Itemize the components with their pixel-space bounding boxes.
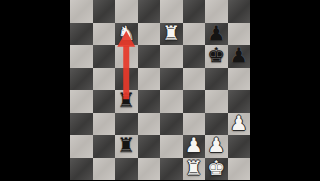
square-g5[interactable] — [205, 68, 228, 91]
square-f1[interactable]: ♜ — [183, 158, 206, 181]
piece-white-pawn-g2[interactable]: ♟ — [207, 135, 225, 155]
square-b8[interactable] — [93, 0, 116, 23]
square-b4[interactable] — [93, 90, 116, 113]
square-b3[interactable] — [93, 113, 116, 136]
square-e6[interactable] — [160, 45, 183, 68]
square-f5[interactable] — [183, 68, 206, 91]
square-b5[interactable] — [93, 68, 116, 91]
square-e3[interactable] — [160, 113, 183, 136]
square-g8[interactable] — [205, 0, 228, 23]
square-b1[interactable] — [93, 158, 116, 181]
square-h6[interactable]: ♟ — [228, 45, 251, 68]
square-b6[interactable] — [93, 45, 116, 68]
square-h4[interactable] — [228, 90, 251, 113]
square-h5[interactable] — [228, 68, 251, 91]
square-g6[interactable]: ♚ — [205, 45, 228, 68]
square-a4[interactable] — [70, 90, 93, 113]
square-c2[interactable]: ♜ — [115, 135, 138, 158]
square-d6[interactable] — [138, 45, 161, 68]
square-e7[interactable]: ♜ — [160, 23, 183, 46]
square-f6[interactable] — [183, 45, 206, 68]
square-f8[interactable] — [183, 0, 206, 23]
square-e4[interactable] — [160, 90, 183, 113]
square-g3[interactable] — [205, 113, 228, 136]
piece-white-king-g1[interactable]: ♚ — [207, 158, 225, 178]
square-d2[interactable] — [138, 135, 161, 158]
piece-black-king-g6[interactable]: ♚ — [207, 45, 225, 65]
square-h2[interactable] — [228, 135, 251, 158]
piece-black-rook-c2[interactable]: ♜ — [117, 135, 135, 155]
square-f4[interactable] — [183, 90, 206, 113]
square-c6[interactable] — [115, 45, 138, 68]
square-a3[interactable] — [70, 113, 93, 136]
square-d8[interactable] — [138, 0, 161, 23]
piece-black-rook-c4[interactable]: ♜ — [117, 90, 135, 110]
square-c5[interactable] — [115, 68, 138, 91]
square-h7[interactable] — [228, 23, 251, 46]
square-e5[interactable] — [160, 68, 183, 91]
square-h3[interactable]: ♟ — [228, 113, 251, 136]
square-d1[interactable] — [138, 158, 161, 181]
piece-black-pawn-g7[interactable]: ♟ — [207, 23, 225, 43]
piece-black-pawn-h6[interactable]: ♟ — [230, 45, 248, 65]
square-e2[interactable] — [160, 135, 183, 158]
square-c4[interactable]: ♜ — [115, 90, 138, 113]
piece-white-rook-e7[interactable]: ♜ — [162, 23, 180, 43]
square-c8[interactable] — [115, 0, 138, 23]
square-e1[interactable] — [160, 158, 183, 181]
square-f7[interactable] — [183, 23, 206, 46]
square-d5[interactable] — [138, 68, 161, 91]
square-a5[interactable] — [70, 68, 93, 91]
square-f3[interactable] — [183, 113, 206, 136]
piece-white-rook-f1[interactable]: ♜ — [185, 158, 203, 178]
square-e8[interactable] — [160, 0, 183, 23]
square-f2[interactable]: ♟ — [183, 135, 206, 158]
square-d3[interactable] — [138, 113, 161, 136]
square-g1[interactable]: ♚ — [205, 158, 228, 181]
piece-white-pawn-f2[interactable]: ♟ — [185, 135, 203, 155]
square-d4[interactable] — [138, 90, 161, 113]
square-b7[interactable] — [93, 23, 116, 46]
square-b2[interactable] — [93, 135, 116, 158]
piece-white-knight-c7[interactable]: ♞ — [117, 23, 135, 43]
square-h8[interactable] — [228, 0, 251, 23]
letterbox-left — [0, 0, 70, 180]
square-c3[interactable] — [115, 113, 138, 136]
square-a2[interactable] — [70, 135, 93, 158]
chess-board[interactable]: ♞♜♟♚♟♜♟♜♟♟♜♚ — [70, 0, 250, 180]
square-c1[interactable] — [115, 158, 138, 181]
square-a8[interactable] — [70, 0, 93, 23]
piece-white-pawn-h3[interactable]: ♟ — [230, 113, 248, 133]
square-a6[interactable] — [70, 45, 93, 68]
square-a1[interactable] — [70, 158, 93, 181]
square-g2[interactable]: ♟ — [205, 135, 228, 158]
letterbox-right — [250, 0, 320, 180]
square-h1[interactable] — [228, 158, 251, 181]
square-c7[interactable]: ♞ — [115, 23, 138, 46]
square-a7[interactable] — [70, 23, 93, 46]
square-g4[interactable] — [205, 90, 228, 113]
square-d7[interactable] — [138, 23, 161, 46]
square-g7[interactable]: ♟ — [205, 23, 228, 46]
